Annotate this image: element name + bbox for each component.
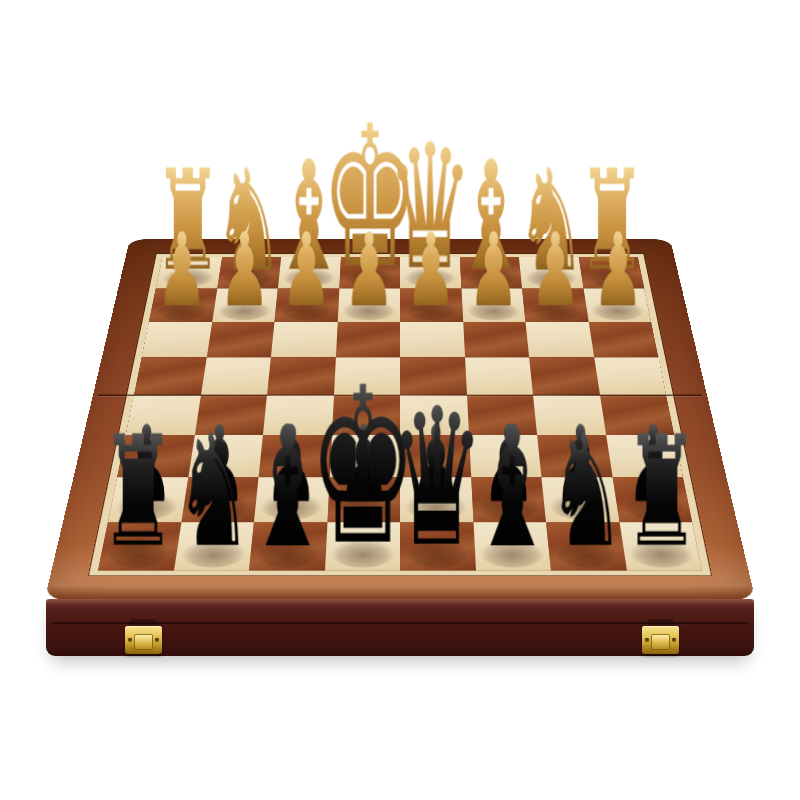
white-pawn[interactable]: ♟ — [592, 228, 643, 311]
white-pawn[interactable]: ♟ — [281, 228, 332, 311]
white-pawn[interactable]: ♟ — [530, 228, 581, 311]
screw-icon — [672, 638, 676, 642]
square-f8[interactable]: ♝ — [249, 522, 327, 570]
latch-hasp — [651, 634, 670, 650]
square-d2[interactable]: ♟ — [400, 289, 463, 322]
white-pawn[interactable]: ♟ — [405, 228, 456, 311]
square-b3[interactable] — [526, 322, 594, 357]
square-b8[interactable]: ♞ — [546, 522, 626, 570]
square-h8[interactable]: ♜ — [98, 522, 181, 570]
white-pawn[interactable]: ♟ — [468, 228, 519, 311]
screw-icon — [645, 638, 649, 642]
latch-hasp — [134, 634, 153, 650]
chess-board: ♜♞♝♚♛♝♞♜♟♟♟♟♟♟♟♟♟♟♟♟♟♟♟♟♜♞♝♚♛♝♞♜ — [45, 239, 756, 599]
square-c2[interactable]: ♟ — [461, 289, 525, 322]
square-f2[interactable]: ♟ — [274, 289, 338, 322]
square-b2[interactable]: ♟ — [522, 289, 588, 322]
square-c8[interactable]: ♝ — [473, 522, 551, 570]
square-a3[interactable] — [588, 322, 658, 357]
board-maple-border: ♜♞♝♚♛♝♞♜♟♟♟♟♟♟♟♟♟♟♟♟♟♟♟♟♜♞♝♚♛♝♞♜ — [89, 254, 711, 576]
square-g8[interactable]: ♞ — [174, 522, 254, 570]
black-bishop[interactable]: ♝ — [246, 419, 330, 556]
square-h4[interactable] — [134, 357, 206, 395]
square-g2[interactable]: ♟ — [212, 289, 278, 322]
square-a8[interactable]: ♜ — [619, 522, 702, 570]
board-grid: ♜♞♝♚♛♝♞♜♟♟♟♟♟♟♟♟♟♟♟♟♟♟♟♟♜♞♝♚♛♝♞♜ — [98, 257, 702, 571]
product-photo: ♜♞♝♚♛♝♞♜♟♟♟♟♟♟♟♟♟♟♟♟♟♟♟♟♜♞♝♚♛♝♞♜ — [0, 0, 800, 800]
black-knight[interactable]: ♞ — [174, 428, 252, 555]
square-e2[interactable]: ♟ — [337, 289, 400, 322]
latch-icon — [642, 626, 679, 654]
black-knight[interactable]: ♞ — [548, 428, 626, 555]
scene: ♜♞♝♚♛♝♞♜♟♟♟♟♟♟♟♟♟♟♟♟♟♟♟♟♜♞♝♚♛♝♞♜ — [0, 0, 800, 800]
black-rook[interactable]: ♜ — [623, 431, 700, 556]
screw-icon — [128, 638, 132, 642]
white-pawn[interactable]: ♟ — [343, 228, 394, 311]
screw-icon — [155, 638, 159, 642]
latch-icon — [125, 626, 162, 654]
square-a4[interactable] — [594, 357, 666, 395]
square-a2[interactable]: ♟ — [583, 289, 651, 322]
black-rook[interactable]: ♜ — [100, 431, 177, 556]
white-pawn[interactable]: ♟ — [156, 228, 207, 311]
square-e8[interactable]: ♚ — [325, 522, 400, 570]
white-pawn[interactable]: ♟ — [219, 228, 270, 311]
case-front — [46, 599, 754, 656]
square-g3[interactable] — [206, 322, 274, 357]
square-c3[interactable] — [463, 322, 529, 357]
black-bishop[interactable]: ♝ — [470, 419, 554, 556]
square-h3[interactable] — [142, 322, 212, 357]
square-h2[interactable]: ♟ — [149, 289, 217, 322]
